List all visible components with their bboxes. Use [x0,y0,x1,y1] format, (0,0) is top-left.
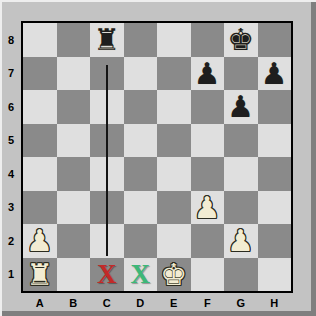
square-h2[interactable] [258,224,292,258]
square-a5[interactable] [23,124,57,158]
square-d4[interactable] [124,157,158,191]
square-g2[interactable]: ♟ [224,224,258,258]
black-pawn-piece[interactable]: ♟ [261,57,288,91]
rank-label-7: 7 [2,57,20,91]
black-pawn-piece[interactable]: ♟ [227,90,254,124]
square-e4[interactable] [157,157,191,191]
white-king-piece[interactable]: ♚ [160,258,187,292]
square-g6[interactable]: ♟ [224,90,258,124]
square-a6[interactable] [23,90,57,124]
square-b4[interactable] [57,157,91,191]
square-d3[interactable] [124,191,158,225]
square-c4[interactable] [90,157,124,191]
square-e3[interactable] [157,191,191,225]
square-f7[interactable]: ♟ [191,57,225,91]
square-b8[interactable] [57,23,91,57]
square-b2[interactable] [57,224,91,258]
white-pawn-piece[interactable]: ♟ [26,224,53,258]
file-label-a: A [23,294,57,312]
white-rook-piece[interactable]: ♜ [26,258,53,292]
square-e5[interactable] [157,124,191,158]
file-label-b: B [57,294,91,312]
square-g8[interactable]: ♚ [224,23,258,57]
square-b3[interactable] [57,191,91,225]
square-b7[interactable] [57,57,91,91]
square-d7[interactable] [124,57,158,91]
rank-label-5: 5 [2,124,20,158]
white-pawn-piece[interactable]: ♟ [227,224,254,258]
black-rook-piece[interactable]: ♜ [93,23,120,57]
square-g7[interactable] [224,57,258,91]
square-h8[interactable] [258,23,292,57]
square-f8[interactable] [191,23,225,57]
rank-label-3: 3 [2,191,20,225]
square-g5[interactable] [224,124,258,158]
square-f2[interactable] [191,224,225,258]
square-c3[interactable] [90,191,124,225]
file-label-f: F [191,294,225,312]
square-d1[interactable] [124,258,158,292]
rank-label-4: 4 [2,157,20,191]
square-f4[interactable] [191,157,225,191]
square-c8[interactable]: ♜ [90,23,124,57]
rank-label-8: 8 [2,23,20,57]
square-e6[interactable] [157,90,191,124]
square-g1[interactable] [224,258,258,292]
square-b6[interactable] [57,90,91,124]
square-e1[interactable]: ♚ [157,258,191,292]
square-h4[interactable] [258,157,292,191]
file-label-h: H [258,294,292,312]
square-c6[interactable] [90,90,124,124]
file-label-c: C [90,294,124,312]
square-a7[interactable] [23,57,57,91]
square-f5[interactable] [191,124,225,158]
square-e2[interactable] [157,224,191,258]
square-c2[interactable] [90,224,124,258]
black-pawn-piece[interactable]: ♟ [194,57,221,91]
square-d6[interactable] [124,90,158,124]
chess-diagram-panel: 87654321 ♜♚♟♟♟♟♟♟♜♚ ABCDEFGH XX [0,0,316,316]
square-c7[interactable] [90,57,124,91]
white-pawn-piece[interactable]: ♟ [194,191,221,225]
square-h1[interactable] [258,258,292,292]
square-d2[interactable] [124,224,158,258]
rank-label-6: 6 [2,90,20,124]
square-c1[interactable] [90,258,124,292]
square-e8[interactable] [157,23,191,57]
file-labels: ABCDEFGH [23,294,291,312]
black-king-piece[interactable]: ♚ [227,23,254,57]
square-b1[interactable] [57,258,91,292]
square-b5[interactable] [57,124,91,158]
rank-label-1: 1 [2,258,20,292]
rank-labels: 87654321 [2,23,20,291]
square-h6[interactable] [258,90,292,124]
square-a1[interactable]: ♜ [23,258,57,292]
square-h7[interactable]: ♟ [258,57,292,91]
chess-board[interactable]: ♜♚♟♟♟♟♟♟♜♚ [21,21,293,293]
square-f1[interactable] [191,258,225,292]
file-label-e: E [157,294,191,312]
square-h3[interactable] [258,191,292,225]
square-d8[interactable] [124,23,158,57]
square-f6[interactable] [191,90,225,124]
square-g3[interactable] [224,191,258,225]
square-a2[interactable]: ♟ [23,224,57,258]
square-e7[interactable] [157,57,191,91]
square-a8[interactable] [23,23,57,57]
square-h5[interactable] [258,124,292,158]
square-d5[interactable] [124,124,158,158]
square-g4[interactable] [224,157,258,191]
file-label-d: D [124,294,158,312]
square-f3[interactable]: ♟ [191,191,225,225]
file-label-g: G [224,294,258,312]
square-c5[interactable] [90,124,124,158]
square-a4[interactable] [23,157,57,191]
square-a3[interactable] [23,191,57,225]
rank-label-2: 2 [2,224,20,258]
